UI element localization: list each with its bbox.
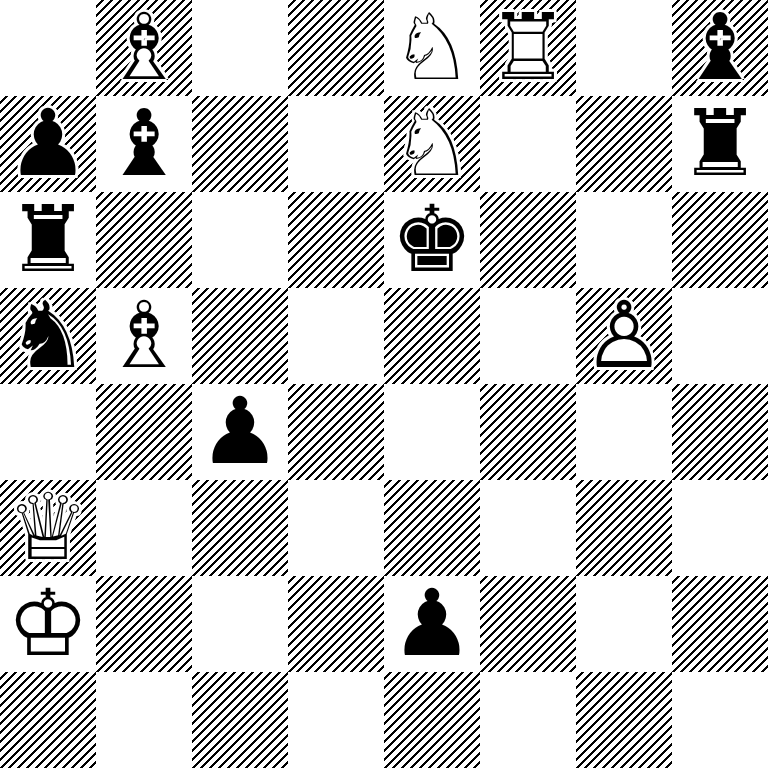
white-king-glyph: ♔	[0, 576, 96, 672]
square-d8[interactable]	[288, 0, 384, 96]
square-f8[interactable]: ♜♖	[480, 0, 576, 96]
black-king-glyph: ♚	[384, 192, 480, 288]
square-b8[interactable]: ♝♗	[96, 0, 192, 96]
square-d3[interactable]	[288, 480, 384, 576]
white-bishop-glyph: ♗	[96, 288, 192, 384]
square-d6[interactable]	[288, 192, 384, 288]
square-b6[interactable]	[96, 192, 192, 288]
black-rook-glyph: ♜	[672, 96, 768, 192]
piece-white-knight[interactable]: ♞♘	[384, 0, 480, 96]
square-e7[interactable]: ♞♘	[384, 96, 480, 192]
square-c5[interactable]	[192, 288, 288, 384]
square-g3[interactable]	[576, 480, 672, 576]
square-c3[interactable]	[192, 480, 288, 576]
square-e6[interactable]: ♚♚	[384, 192, 480, 288]
square-h3[interactable]	[672, 480, 768, 576]
piece-black-pawn[interactable]: ♟♟	[384, 576, 480, 672]
piece-black-rook[interactable]: ♜♜	[0, 192, 96, 288]
square-b7[interactable]: ♝♝	[96, 96, 192, 192]
square-a1[interactable]	[0, 672, 96, 768]
square-g1[interactable]	[576, 672, 672, 768]
piece-white-queen[interactable]: ♛♕	[0, 480, 96, 576]
black-rook-glyph: ♜	[0, 192, 96, 288]
white-knight-glyph: ♘	[384, 96, 480, 192]
square-e5[interactable]	[384, 288, 480, 384]
square-f3[interactable]	[480, 480, 576, 576]
black-knight-glyph: ♞	[0, 288, 96, 384]
piece-white-bishop[interactable]: ♝♗	[96, 288, 192, 384]
piece-black-knight[interactable]: ♞♞	[0, 288, 96, 384]
square-e1[interactable]	[384, 672, 480, 768]
white-pawn-glyph: ♙	[576, 288, 672, 384]
square-e2[interactable]: ♟♟	[384, 576, 480, 672]
chess-diagram: ♝♗♞♘♜♖♝♝♟♟♝♝♞♘♜♜♜♜♚♚♞♞♝♗♟♙♟♟♛♕♚♔♟♟	[0, 0, 768, 768]
piece-black-rook[interactable]: ♜♜	[672, 96, 768, 192]
square-a2[interactable]: ♚♔	[0, 576, 96, 672]
piece-black-king[interactable]: ♚♚	[384, 192, 480, 288]
square-d5[interactable]	[288, 288, 384, 384]
piece-black-bishop[interactable]: ♝♝	[672, 0, 768, 96]
square-c8[interactable]	[192, 0, 288, 96]
square-h1[interactable]	[672, 672, 768, 768]
piece-white-king[interactable]: ♚♔	[0, 576, 96, 672]
square-d2[interactable]	[288, 576, 384, 672]
square-c4[interactable]: ♟♟	[192, 384, 288, 480]
square-e4[interactable]	[384, 384, 480, 480]
square-h6[interactable]	[672, 192, 768, 288]
square-f5[interactable]	[480, 288, 576, 384]
square-a3[interactable]: ♛♕	[0, 480, 96, 576]
square-b1[interactable]	[96, 672, 192, 768]
square-b2[interactable]	[96, 576, 192, 672]
square-c1[interactable]	[192, 672, 288, 768]
piece-white-rook[interactable]: ♜♖	[480, 0, 576, 96]
black-pawn-glyph: ♟	[192, 384, 288, 480]
square-a8[interactable]	[0, 0, 96, 96]
square-e8[interactable]: ♞♘	[384, 0, 480, 96]
square-g4[interactable]	[576, 384, 672, 480]
square-d7[interactable]	[288, 96, 384, 192]
white-queen-glyph: ♕	[0, 480, 96, 576]
white-bishop-glyph: ♗	[96, 0, 192, 96]
piece-black-pawn[interactable]: ♟♟	[192, 384, 288, 480]
chess-board: ♝♗♞♘♜♖♝♝♟♟♝♝♞♘♜♜♜♜♚♚♞♞♝♗♟♙♟♟♛♕♚♔♟♟	[0, 0, 768, 768]
square-g8[interactable]	[576, 0, 672, 96]
piece-white-knight[interactable]: ♞♘	[384, 96, 480, 192]
square-f2[interactable]	[480, 576, 576, 672]
square-h5[interactable]	[672, 288, 768, 384]
square-c6[interactable]	[192, 192, 288, 288]
square-g2[interactable]	[576, 576, 672, 672]
square-h2[interactable]	[672, 576, 768, 672]
square-b3[interactable]	[96, 480, 192, 576]
black-bishop-glyph: ♝	[96, 96, 192, 192]
square-c7[interactable]	[192, 96, 288, 192]
square-h8[interactable]: ♝♝	[672, 0, 768, 96]
black-pawn-glyph: ♟	[384, 576, 480, 672]
square-a7[interactable]: ♟♟	[0, 96, 96, 192]
white-knight-glyph: ♘	[384, 0, 480, 96]
piece-white-pawn[interactable]: ♟♙	[576, 288, 672, 384]
piece-white-bishop[interactable]: ♝♗	[96, 0, 192, 96]
square-d4[interactable]	[288, 384, 384, 480]
white-rook-glyph: ♖	[480, 0, 576, 96]
black-bishop-glyph: ♝	[672, 0, 768, 96]
square-f6[interactable]	[480, 192, 576, 288]
square-g7[interactable]	[576, 96, 672, 192]
piece-black-bishop[interactable]: ♝♝	[96, 96, 192, 192]
piece-black-pawn[interactable]: ♟♟	[0, 96, 96, 192]
square-a4[interactable]	[0, 384, 96, 480]
square-b5[interactable]: ♝♗	[96, 288, 192, 384]
square-g5[interactable]: ♟♙	[576, 288, 672, 384]
square-h7[interactable]: ♜♜	[672, 96, 768, 192]
square-g6[interactable]	[576, 192, 672, 288]
square-c2[interactable]	[192, 576, 288, 672]
square-d1[interactable]	[288, 672, 384, 768]
black-pawn-glyph: ♟	[0, 96, 96, 192]
square-h4[interactable]	[672, 384, 768, 480]
square-a5[interactable]: ♞♞	[0, 288, 96, 384]
square-f4[interactable]	[480, 384, 576, 480]
square-b4[interactable]	[96, 384, 192, 480]
square-f1[interactable]	[480, 672, 576, 768]
square-f7[interactable]	[480, 96, 576, 192]
square-e3[interactable]	[384, 480, 480, 576]
square-a6[interactable]: ♜♜	[0, 192, 96, 288]
